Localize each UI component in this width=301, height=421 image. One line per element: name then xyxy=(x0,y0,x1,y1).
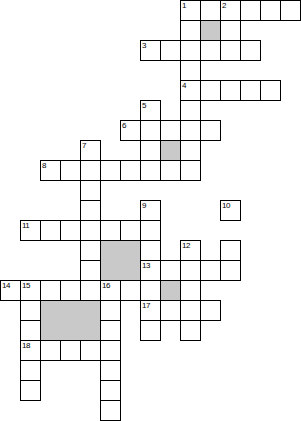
cell-r14-c3[interactable] xyxy=(60,280,81,301)
cell-r0-c12[interactable] xyxy=(240,0,261,21)
cell-r8-c4[interactable] xyxy=(80,160,101,181)
cell-r17-c2[interactable] xyxy=(40,340,61,361)
shaded-block-r7-c8 xyxy=(160,140,181,161)
cell-r14-c6[interactable] xyxy=(120,280,141,301)
clue-number-3: 3 xyxy=(142,41,146,50)
clue-number-6: 6 xyxy=(122,121,126,130)
cell-r16-c5[interactable] xyxy=(100,320,121,341)
cell-r1-c11[interactable] xyxy=(220,20,241,41)
cell-r15-c10[interactable] xyxy=(200,300,221,321)
cell-r16-c1[interactable] xyxy=(20,320,41,341)
cell-r2-c10[interactable] xyxy=(200,40,221,61)
cell-r19-c1[interactable] xyxy=(20,380,41,401)
clue-number-4: 4 xyxy=(182,81,186,90)
cell-r3-c9[interactable] xyxy=(180,60,201,81)
cell-r10-c7[interactable]: 9 xyxy=(140,200,161,221)
cell-r19-c5[interactable] xyxy=(100,380,121,401)
clue-number-12: 12 xyxy=(182,241,190,250)
cell-r17-c1[interactable]: 18 xyxy=(20,340,41,361)
cell-r17-c3[interactable] xyxy=(60,340,81,361)
cell-r2-c7[interactable]: 3 xyxy=(140,40,161,61)
cell-r0-c9[interactable]: 1 xyxy=(180,0,201,21)
cell-r13-c7[interactable]: 13 xyxy=(140,260,161,281)
cell-r10-c11[interactable]: 10 xyxy=(220,200,241,221)
cell-r11-c7[interactable] xyxy=(140,220,161,241)
cell-r11-c1[interactable]: 11 xyxy=(20,220,41,241)
cell-r15-c7[interactable]: 17 xyxy=(140,300,161,321)
cell-r8-c6[interactable] xyxy=(120,160,141,181)
cell-r2-c11[interactable] xyxy=(220,40,241,61)
cell-r6-c7[interactable] xyxy=(140,120,161,141)
clue-number-1: 1 xyxy=(182,1,186,10)
cell-r4-c12[interactable] xyxy=(240,80,261,101)
crossword-page: 123456789101112131415161718 xyxy=(0,0,301,421)
cell-r6-c9[interactable] xyxy=(180,120,201,141)
shaded-block-r1-c10 xyxy=(200,20,221,41)
cell-r2-c12[interactable] xyxy=(240,40,261,61)
clue-number-7: 7 xyxy=(82,141,86,150)
cell-r4-c11[interactable] xyxy=(220,80,241,101)
clue-number-14: 14 xyxy=(2,281,10,290)
cell-r14-c5[interactable]: 16 xyxy=(100,280,121,301)
cell-r20-c5[interactable] xyxy=(100,400,121,421)
cell-r13-c4[interactable] xyxy=(80,260,101,281)
cell-r16-c7[interactable] xyxy=(140,320,161,341)
cell-r5-c9[interactable] xyxy=(180,100,201,121)
cell-r8-c3[interactable] xyxy=(60,160,81,181)
clue-number-18: 18 xyxy=(22,341,30,350)
cell-r7-c7[interactable] xyxy=(140,140,161,161)
cell-r6-c10[interactable] xyxy=(200,120,221,141)
cell-r16-c9[interactable] xyxy=(180,320,201,341)
cell-r13-c11[interactable] xyxy=(220,260,241,281)
clue-number-13: 13 xyxy=(142,261,150,270)
shaded-block-r12-c5 xyxy=(100,240,141,281)
cell-r8-c8[interactable] xyxy=(160,160,181,181)
clue-number-15: 15 xyxy=(22,281,30,290)
cell-r0-c14[interactable] xyxy=(280,0,301,21)
crossword-grid: 123456789101112131415161718 xyxy=(0,0,301,421)
cell-r9-c4[interactable] xyxy=(80,180,101,201)
cell-r11-c6[interactable] xyxy=(120,220,141,241)
cell-r4-c10[interactable] xyxy=(200,80,221,101)
cell-r15-c1[interactable] xyxy=(20,300,41,321)
cell-r5-c7[interactable]: 5 xyxy=(140,100,161,121)
cell-r8-c5[interactable] xyxy=(100,160,121,181)
cell-r13-c9[interactable] xyxy=(180,260,201,281)
clue-number-9: 9 xyxy=(142,201,146,210)
cell-r0-c11[interactable]: 2 xyxy=(220,0,241,21)
cell-r15-c5[interactable] xyxy=(100,300,121,321)
shaded-block-r15-c2 xyxy=(40,300,101,341)
cell-r11-c3[interactable] xyxy=(60,220,81,241)
cell-r8-c9[interactable] xyxy=(180,160,201,181)
cell-r12-c11[interactable] xyxy=(220,240,241,261)
cell-r14-c9[interactable] xyxy=(180,280,201,301)
cell-r13-c8[interactable] xyxy=(160,260,181,281)
cell-r13-c10[interactable] xyxy=(200,260,221,281)
cell-r6-c6[interactable]: 6 xyxy=(120,120,141,141)
shaded-block-r14-c8 xyxy=(160,280,181,301)
cell-r6-c8[interactable] xyxy=(160,120,181,141)
cell-r10-c4[interactable] xyxy=(80,200,101,221)
cell-r0-c10[interactable] xyxy=(200,0,221,21)
cell-r17-c5[interactable] xyxy=(100,340,121,361)
clue-number-10: 10 xyxy=(222,201,230,210)
clue-number-2: 2 xyxy=(222,1,226,10)
cell-r2-c8[interactable] xyxy=(160,40,181,61)
cell-r18-c5[interactable] xyxy=(100,360,121,381)
cell-r14-c4[interactable] xyxy=(80,280,101,301)
cell-r4-c13[interactable] xyxy=(260,80,281,101)
cell-r14-c1[interactable]: 15 xyxy=(20,280,41,301)
cell-r2-c9[interactable] xyxy=(180,40,201,61)
cell-r11-c2[interactable] xyxy=(40,220,61,241)
cell-r14-c0[interactable]: 14 xyxy=(0,280,21,301)
cell-r1-c9[interactable] xyxy=(180,20,201,41)
cell-r11-c4[interactable] xyxy=(80,220,101,241)
cell-r8-c7[interactable] xyxy=(140,160,161,181)
cell-r11-c5[interactable] xyxy=(100,220,121,241)
cell-r15-c8[interactable] xyxy=(160,300,181,321)
clue-number-16: 16 xyxy=(102,281,110,290)
cell-r15-c9[interactable] xyxy=(180,300,201,321)
clue-number-11: 11 xyxy=(22,221,29,230)
cell-r12-c9[interactable]: 12 xyxy=(180,240,201,261)
cell-r0-c13[interactable] xyxy=(260,0,281,21)
cell-r18-c1[interactable] xyxy=(20,360,41,381)
cell-r8-c2[interactable]: 8 xyxy=(40,160,61,181)
cell-r14-c2[interactable] xyxy=(40,280,61,301)
cell-r4-c9[interactable]: 4 xyxy=(180,80,201,101)
clue-number-5: 5 xyxy=(142,101,146,110)
cell-r12-c4[interactable] xyxy=(80,240,101,261)
clue-number-17: 17 xyxy=(142,301,150,310)
cell-r7-c9[interactable] xyxy=(180,140,201,161)
clue-number-8: 8 xyxy=(42,161,46,170)
cell-r12-c7[interactable] xyxy=(140,240,161,261)
cell-r17-c4[interactable] xyxy=(80,340,101,361)
cell-r7-c4[interactable]: 7 xyxy=(80,140,101,161)
cell-r14-c7[interactable] xyxy=(140,280,161,301)
